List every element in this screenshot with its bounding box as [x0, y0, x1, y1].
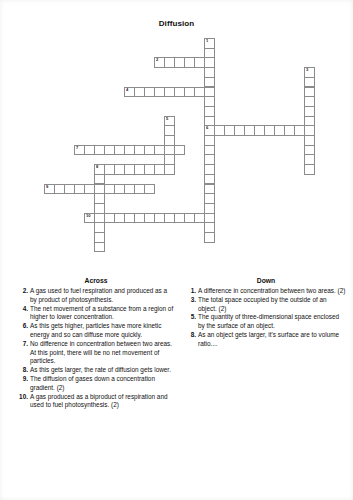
clue-text: The total space occupied by the outside … — [198, 296, 347, 314]
grid-clue-number: 8 — [96, 165, 98, 169]
clue-item: 8.As an object gets larger, it's surface… — [185, 331, 347, 349]
crossword-grid: 12345678910 — [44, 38, 316, 254]
clue-number: 7. — [17, 340, 30, 366]
grid-clue-number: 7 — [76, 146, 78, 150]
clue-item: 2.A gas used to fuel respiration and pro… — [17, 287, 175, 305]
grid-clue-number: 9 — [46, 185, 48, 189]
grid-clue-number: 6 — [206, 126, 208, 130]
grid-clue-number: 3 — [306, 68, 308, 72]
grid-cell — [174, 145, 185, 156]
clue-number: 9. — [17, 375, 30, 393]
grid-cell — [164, 164, 175, 175]
down-clue-list: 1.A difference in concentration between … — [185, 287, 347, 349]
clue-text: A gas produced as a biproduct of respira… — [30, 393, 175, 411]
clue-number: 8. — [17, 366, 30, 375]
clue-text: As an object gets larger, it's surface a… — [198, 331, 347, 349]
clue-number: 8. — [185, 331, 198, 349]
clue-number: 3. — [185, 296, 198, 314]
grid-cell — [144, 184, 155, 195]
down-header: Down — [185, 276, 347, 285]
clue-text: A gas used to fuel respiration and produ… — [30, 287, 175, 305]
clue-number: 10. — [17, 393, 30, 411]
clue-text: No difference in concentration between t… — [30, 340, 175, 366]
clue-item: 6.As this gets higher, particles have mo… — [17, 322, 175, 340]
grid-clue-number: 5 — [166, 117, 168, 121]
grid-cell — [204, 232, 215, 243]
clue-item: 8.As this gets larger, the rate of diffu… — [17, 366, 175, 375]
clue-item: 5.The quantity of three-dimensional spac… — [185, 313, 347, 331]
puzzle-title: Diffusion — [0, 19, 353, 28]
clues-section: Across 2.A gas used to fuel respiration … — [0, 276, 353, 410]
clue-text: The net movement of a substance from a r… — [30, 305, 175, 323]
clue-number: 2. — [17, 287, 30, 305]
worksheet-page: Diffusion 12345678910 Across 2.A gas use… — [0, 0, 353, 500]
clue-text: As this gets higher, particles have more… — [30, 322, 175, 340]
across-clue-list: 2.A gas used to fuel respiration and pro… — [17, 287, 175, 410]
clue-item: 7.No difference in concentration between… — [17, 340, 175, 366]
clue-text: As this gets larger, the rate of diffusi… — [30, 366, 175, 375]
clue-item: 9.The diffusion of gases down a concentr… — [17, 375, 175, 393]
clue-number: 4. — [17, 305, 30, 323]
across-header: Across — [17, 276, 175, 285]
clue-item: 4.The net movement of a substance from a… — [17, 305, 175, 323]
clue-item: 10.A gas produced as a biproduct of resp… — [17, 393, 175, 411]
clue-number: 5. — [185, 313, 198, 331]
clue-text: A difference in concentration between tw… — [198, 287, 347, 296]
grid-clue-number: 1 — [206, 39, 208, 43]
grid-clue-number: 4 — [126, 88, 128, 92]
clue-number: 1. — [185, 287, 198, 296]
clue-item: 3.The total space occupied by the outsid… — [185, 296, 347, 314]
clue-number: 6. — [17, 322, 30, 340]
grid-cell — [94, 242, 105, 253]
grid-clue-number: 10 — [86, 214, 91, 218]
down-clues-column: Down 1.A difference in concentration bet… — [185, 276, 347, 349]
clue-item: 1.A difference in concentration between … — [185, 287, 347, 296]
clue-text: The quantity of three-dimensional space … — [198, 313, 347, 331]
grid-cell — [304, 164, 315, 175]
grid-clue-number: 2 — [156, 58, 158, 62]
across-clues-column: Across 2.A gas used to fuel respiration … — [17, 276, 175, 410]
clue-text: The diffusion of gases down a concentrat… — [30, 375, 175, 393]
